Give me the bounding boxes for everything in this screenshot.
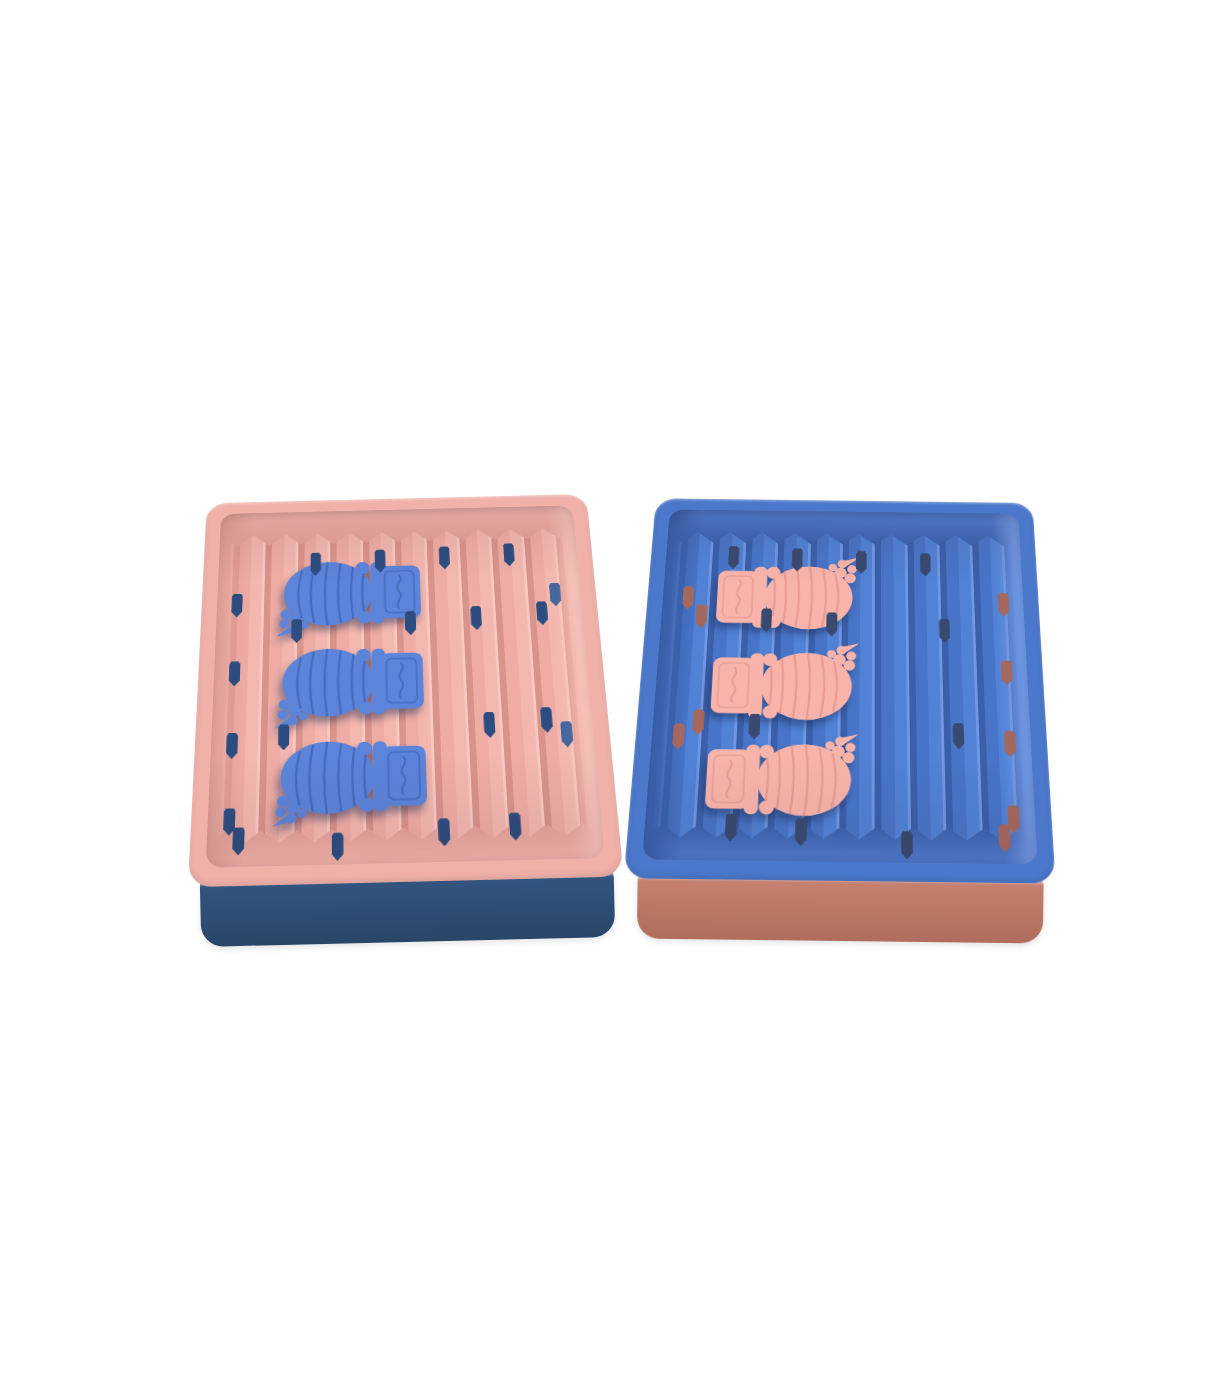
cactus-soap-foot xyxy=(706,638,865,729)
cactus-soap-foot xyxy=(700,729,864,827)
left-tray-shell xyxy=(188,494,624,887)
right-tray-shell xyxy=(624,498,1056,883)
left-tray xyxy=(177,419,626,949)
left-tray-interior xyxy=(206,505,605,867)
cactus-soap-foot xyxy=(269,638,429,732)
right-tray-interior xyxy=(642,509,1037,864)
cactus-soap-foot xyxy=(266,730,432,831)
cactus-feet xyxy=(206,505,605,867)
cactus-feet xyxy=(642,509,1037,864)
right-tray xyxy=(623,424,1061,945)
product-photo xyxy=(0,0,1214,1384)
photo-canvas xyxy=(0,0,1214,1384)
